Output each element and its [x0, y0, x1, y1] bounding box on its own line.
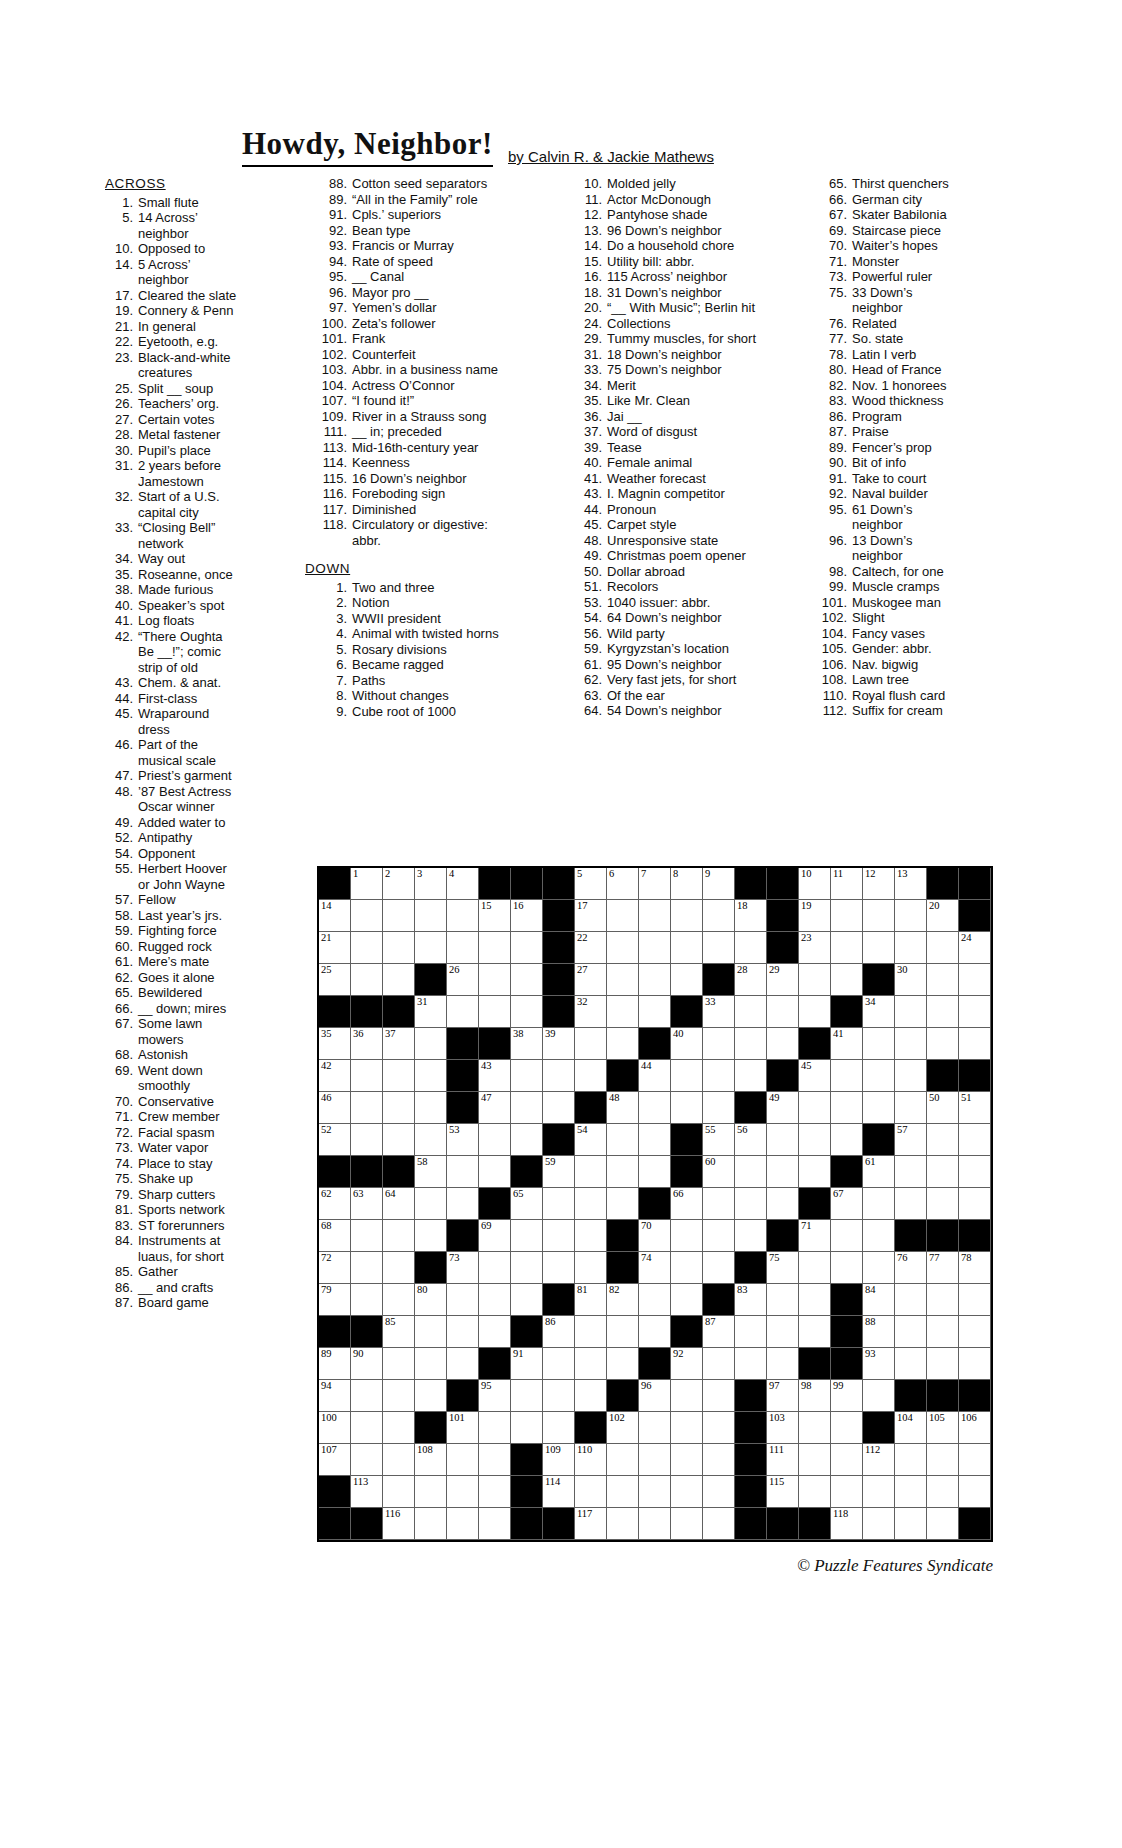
grid-cell[interactable] [799, 1476, 831, 1508]
grid-cell[interactable]: 26 [447, 964, 479, 996]
grid-cell[interactable] [767, 1348, 799, 1380]
grid-cell[interactable]: 39 [543, 1028, 575, 1060]
grid-cell[interactable]: 15 [479, 900, 511, 932]
grid-cell[interactable] [351, 1220, 383, 1252]
grid-cell[interactable]: 52 [319, 1124, 351, 1156]
grid-cell[interactable]: 96 [639, 1380, 671, 1412]
grid-cell[interactable] [927, 1476, 959, 1508]
grid-cell[interactable]: 75 [767, 1252, 799, 1284]
grid-cell[interactable]: 30 [895, 964, 927, 996]
grid-cell[interactable]: 74 [639, 1252, 671, 1284]
grid-cell[interactable]: 37 [383, 1028, 415, 1060]
grid-cell[interactable] [863, 1028, 895, 1060]
grid-cell[interactable] [895, 900, 927, 932]
grid-cell[interactable]: 6 [607, 868, 639, 900]
grid-cell[interactable] [639, 1316, 671, 1348]
grid-cell[interactable] [415, 1060, 447, 1092]
grid-cell[interactable] [607, 1508, 639, 1540]
grid-cell[interactable] [447, 1476, 479, 1508]
grid-cell[interactable] [447, 1508, 479, 1540]
grid-cell[interactable] [767, 1284, 799, 1316]
grid-cell[interactable] [927, 996, 959, 1028]
grid-cell[interactable] [959, 996, 991, 1028]
grid-cell[interactable]: 109 [543, 1444, 575, 1476]
grid-cell[interactable] [511, 932, 543, 964]
grid-cell[interactable] [447, 900, 479, 932]
grid-cell[interactable] [799, 1316, 831, 1348]
grid-cell[interactable] [639, 932, 671, 964]
grid-cell[interactable] [895, 1444, 927, 1476]
grid-cell[interactable]: 12 [863, 868, 895, 900]
grid-cell[interactable]: 78 [959, 1252, 991, 1284]
grid-cell[interactable] [575, 1316, 607, 1348]
grid-cell[interactable] [671, 964, 703, 996]
grid-cell[interactable]: 13 [895, 868, 927, 900]
grid-cell[interactable]: 8 [671, 868, 703, 900]
grid-cell[interactable]: 20 [927, 900, 959, 932]
grid-cell[interactable] [479, 1444, 511, 1476]
grid-cell[interactable]: 33 [703, 996, 735, 1028]
grid-cell[interactable] [895, 1508, 927, 1540]
grid-cell[interactable]: 41 [831, 1028, 863, 1060]
grid-cell[interactable]: 103 [767, 1412, 799, 1444]
grid-cell[interactable]: 36 [351, 1028, 383, 1060]
grid-cell[interactable]: 64 [383, 1188, 415, 1220]
grid-cell[interactable]: 108 [415, 1444, 447, 1476]
grid-cell[interactable]: 65 [511, 1188, 543, 1220]
grid-cell[interactable]: 47 [479, 1092, 511, 1124]
grid-cell[interactable] [415, 1316, 447, 1348]
grid-cell[interactable] [479, 1284, 511, 1316]
grid-cell[interactable]: 59 [543, 1156, 575, 1188]
grid-cell[interactable] [383, 1124, 415, 1156]
grid-cell[interactable] [479, 1316, 511, 1348]
grid-cell[interactable]: 115 [767, 1476, 799, 1508]
grid-cell[interactable]: 106 [959, 1412, 991, 1444]
grid-cell[interactable] [383, 1380, 415, 1412]
grid-cell[interactable] [639, 1284, 671, 1316]
grid-cell[interactable] [959, 1284, 991, 1316]
grid-cell[interactable] [671, 1220, 703, 1252]
grid-cell[interactable]: 23 [799, 932, 831, 964]
grid-cell[interactable] [639, 1092, 671, 1124]
grid-cell[interactable] [831, 1092, 863, 1124]
grid-cell[interactable]: 60 [703, 1156, 735, 1188]
grid-cell[interactable] [895, 1028, 927, 1060]
grid-cell[interactable]: 117 [575, 1508, 607, 1540]
grid-cell[interactable]: 45 [799, 1060, 831, 1092]
grid-cell[interactable] [895, 1348, 927, 1380]
grid-cell[interactable] [383, 1476, 415, 1508]
grid-cell[interactable] [831, 964, 863, 996]
grid-cell[interactable] [927, 1508, 959, 1540]
grid-cell[interactable] [351, 1124, 383, 1156]
grid-cell[interactable] [607, 1028, 639, 1060]
grid-cell[interactable] [703, 1348, 735, 1380]
grid-cell[interactable] [415, 1220, 447, 1252]
grid-cell[interactable] [607, 996, 639, 1028]
grid-cell[interactable]: 7 [639, 868, 671, 900]
grid-cell[interactable] [799, 964, 831, 996]
grid-cell[interactable] [383, 1252, 415, 1284]
grid-cell[interactable] [447, 996, 479, 1028]
grid-cell[interactable] [927, 1028, 959, 1060]
grid-cell[interactable] [639, 1444, 671, 1476]
grid-cell[interactable] [831, 1476, 863, 1508]
grid-cell[interactable] [767, 1028, 799, 1060]
grid-cell[interactable]: 95 [479, 1380, 511, 1412]
grid-cell[interactable]: 104 [895, 1412, 927, 1444]
grid-cell[interactable] [447, 1316, 479, 1348]
grid-cell[interactable] [671, 900, 703, 932]
grid-cell[interactable] [415, 900, 447, 932]
grid-cell[interactable]: 51 [959, 1092, 991, 1124]
grid-cell[interactable] [575, 1188, 607, 1220]
grid-cell[interactable] [607, 1188, 639, 1220]
grid-cell[interactable] [543, 1220, 575, 1252]
grid-cell[interactable]: 53 [447, 1124, 479, 1156]
grid-cell[interactable] [479, 1476, 511, 1508]
grid-cell[interactable]: 38 [511, 1028, 543, 1060]
grid-cell[interactable] [831, 1252, 863, 1284]
grid-cell[interactable] [479, 996, 511, 1028]
grid-cell[interactable] [383, 1060, 415, 1092]
grid-cell[interactable] [607, 932, 639, 964]
grid-cell[interactable] [703, 1444, 735, 1476]
grid-cell[interactable] [639, 996, 671, 1028]
grid-cell[interactable]: 17 [575, 900, 607, 932]
grid-cell[interactable] [543, 1060, 575, 1092]
grid-cell[interactable] [351, 1092, 383, 1124]
grid-cell[interactable] [895, 1188, 927, 1220]
grid-cell[interactable] [383, 1220, 415, 1252]
grid-cell[interactable] [831, 900, 863, 932]
grid-cell[interactable]: 48 [607, 1092, 639, 1124]
grid-cell[interactable] [895, 1476, 927, 1508]
grid-cell[interactable] [831, 932, 863, 964]
grid-cell[interactable] [511, 1284, 543, 1316]
grid-cell[interactable]: 50 [927, 1092, 959, 1124]
grid-cell[interactable] [895, 1316, 927, 1348]
grid-cell[interactable]: 79 [319, 1284, 351, 1316]
grid-cell[interactable] [895, 1060, 927, 1092]
grid-cell[interactable] [767, 1156, 799, 1188]
grid-cell[interactable]: 18 [735, 900, 767, 932]
grid-cell[interactable]: 14 [319, 900, 351, 932]
grid-cell[interactable] [479, 964, 511, 996]
grid-cell[interactable]: 24 [959, 932, 991, 964]
grid-cell[interactable]: 66 [671, 1188, 703, 1220]
grid-cell[interactable]: 99 [831, 1380, 863, 1412]
grid-cell[interactable]: 81 [575, 1284, 607, 1316]
grid-cell[interactable] [799, 1412, 831, 1444]
grid-cell[interactable]: 3 [415, 868, 447, 900]
grid-cell[interactable]: 22 [575, 932, 607, 964]
grid-cell[interactable]: 89 [319, 1348, 351, 1380]
grid-cell[interactable] [767, 996, 799, 1028]
grid-cell[interactable]: 98 [799, 1380, 831, 1412]
grid-cell[interactable] [511, 1124, 543, 1156]
grid-cell[interactable]: 49 [767, 1092, 799, 1124]
grid-cell[interactable]: 19 [799, 900, 831, 932]
grid-cell[interactable]: 69 [479, 1220, 511, 1252]
grid-cell[interactable] [447, 1156, 479, 1188]
grid-cell[interactable] [639, 1476, 671, 1508]
grid-cell[interactable]: 110 [575, 1444, 607, 1476]
grid-cell[interactable] [927, 1444, 959, 1476]
grid-cell[interactable] [703, 1188, 735, 1220]
grid-cell[interactable] [831, 1444, 863, 1476]
grid-cell[interactable] [703, 1476, 735, 1508]
grid-cell[interactable] [671, 1284, 703, 1316]
grid-cell[interactable] [735, 1028, 767, 1060]
grid-cell[interactable] [767, 1124, 799, 1156]
grid-cell[interactable] [831, 1124, 863, 1156]
grid-cell[interactable] [735, 1316, 767, 1348]
grid-cell[interactable]: 28 [735, 964, 767, 996]
grid-cell[interactable] [383, 900, 415, 932]
grid-cell[interactable] [703, 1412, 735, 1444]
grid-cell[interactable] [607, 1476, 639, 1508]
grid-cell[interactable] [959, 1188, 991, 1220]
grid-cell[interactable] [799, 1156, 831, 1188]
grid-cell[interactable]: 32 [575, 996, 607, 1028]
grid-cell[interactable] [351, 964, 383, 996]
grid-cell[interactable]: 35 [319, 1028, 351, 1060]
grid-cell[interactable] [575, 1220, 607, 1252]
grid-cell[interactable] [351, 1380, 383, 1412]
grid-cell[interactable] [735, 1060, 767, 1092]
grid-cell[interactable]: 113 [351, 1476, 383, 1508]
grid-cell[interactable] [543, 1412, 575, 1444]
grid-cell[interactable] [703, 1380, 735, 1412]
grid-cell[interactable] [383, 1348, 415, 1380]
grid-cell[interactable]: 85 [383, 1316, 415, 1348]
grid-cell[interactable]: 73 [447, 1252, 479, 1284]
grid-cell[interactable] [543, 1252, 575, 1284]
grid-cell[interactable]: 43 [479, 1060, 511, 1092]
grid-cell[interactable]: 92 [671, 1348, 703, 1380]
grid-cell[interactable]: 72 [319, 1252, 351, 1284]
grid-cell[interactable] [511, 1092, 543, 1124]
grid-cell[interactable] [383, 964, 415, 996]
grid-cell[interactable] [639, 1124, 671, 1156]
grid-cell[interactable] [415, 1092, 447, 1124]
grid-cell[interactable] [575, 1156, 607, 1188]
grid-cell[interactable] [639, 1508, 671, 1540]
grid-cell[interactable]: 68 [319, 1220, 351, 1252]
grid-cell[interactable] [671, 932, 703, 964]
grid-cell[interactable] [511, 1220, 543, 1252]
grid-cell[interactable]: 44 [639, 1060, 671, 1092]
grid-cell[interactable] [831, 1412, 863, 1444]
grid-cell[interactable] [799, 1092, 831, 1124]
grid-cell[interactable] [543, 1092, 575, 1124]
grid-cell[interactable] [671, 1252, 703, 1284]
grid-cell[interactable]: 57 [895, 1124, 927, 1156]
grid-cell[interactable]: 97 [767, 1380, 799, 1412]
grid-cell[interactable] [447, 1348, 479, 1380]
grid-cell[interactable] [671, 1476, 703, 1508]
grid-cell[interactable]: 84 [863, 1284, 895, 1316]
grid-cell[interactable] [959, 1316, 991, 1348]
grid-cell[interactable] [543, 1348, 575, 1380]
grid-cell[interactable]: 118 [831, 1508, 863, 1540]
grid-cell[interactable] [799, 1252, 831, 1284]
grid-cell[interactable]: 31 [415, 996, 447, 1028]
grid-cell[interactable] [735, 1188, 767, 1220]
grid-cell[interactable]: 2 [383, 868, 415, 900]
grid-cell[interactable] [383, 1092, 415, 1124]
grid-cell[interactable]: 101 [447, 1412, 479, 1444]
grid-cell[interactable] [671, 1380, 703, 1412]
grid-cell[interactable] [415, 1508, 447, 1540]
grid-cell[interactable]: 40 [671, 1028, 703, 1060]
grid-cell[interactable] [479, 1252, 511, 1284]
grid-cell[interactable]: 55 [703, 1124, 735, 1156]
grid-cell[interactable] [959, 1476, 991, 1508]
grid-cell[interactable] [511, 964, 543, 996]
grid-cell[interactable] [575, 1252, 607, 1284]
grid-cell[interactable] [447, 932, 479, 964]
grid-cell[interactable]: 102 [607, 1412, 639, 1444]
grid-cell[interactable] [735, 1348, 767, 1380]
grid-cell[interactable] [415, 932, 447, 964]
grid-cell[interactable] [895, 932, 927, 964]
grid-cell[interactable] [799, 1284, 831, 1316]
grid-cell[interactable] [863, 1092, 895, 1124]
grid-cell[interactable]: 25 [319, 964, 351, 996]
grid-cell[interactable] [639, 1156, 671, 1188]
grid-cell[interactable] [575, 1476, 607, 1508]
grid-cell[interactable] [671, 1092, 703, 1124]
grid-cell[interactable] [863, 1252, 895, 1284]
grid-cell[interactable] [831, 1060, 863, 1092]
grid-cell[interactable] [351, 900, 383, 932]
grid-cell[interactable]: 88 [863, 1316, 895, 1348]
grid-cell[interactable] [607, 1156, 639, 1188]
grid-cell[interactable] [575, 1060, 607, 1092]
grid-cell[interactable] [735, 1220, 767, 1252]
grid-cell[interactable] [575, 1028, 607, 1060]
grid-cell[interactable] [959, 1124, 991, 1156]
grid-cell[interactable] [415, 1188, 447, 1220]
grid-cell[interactable] [703, 900, 735, 932]
grid-cell[interactable] [607, 1444, 639, 1476]
grid-cell[interactable] [863, 900, 895, 932]
grid-cell[interactable] [767, 1316, 799, 1348]
grid-cell[interactable]: 9 [703, 868, 735, 900]
grid-cell[interactable]: 42 [319, 1060, 351, 1092]
grid-cell[interactable] [415, 1124, 447, 1156]
grid-cell[interactable] [351, 1444, 383, 1476]
grid-cell[interactable]: 116 [383, 1508, 415, 1540]
grid-cell[interactable] [671, 1060, 703, 1092]
grid-cell[interactable] [703, 1220, 735, 1252]
grid-cell[interactable]: 63 [351, 1188, 383, 1220]
grid-cell[interactable]: 10 [799, 868, 831, 900]
grid-cell[interactable] [863, 1476, 895, 1508]
grid-cell[interactable]: 21 [319, 932, 351, 964]
grid-cell[interactable] [607, 1348, 639, 1380]
grid-cell[interactable] [703, 932, 735, 964]
grid-cell[interactable] [351, 1060, 383, 1092]
grid-cell[interactable]: 80 [415, 1284, 447, 1316]
grid-cell[interactable] [607, 1316, 639, 1348]
grid-cell[interactable]: 112 [863, 1444, 895, 1476]
grid-cell[interactable] [671, 1412, 703, 1444]
grid-cell[interactable] [415, 1476, 447, 1508]
grid-cell[interactable]: 76 [895, 1252, 927, 1284]
grid-cell[interactable] [959, 964, 991, 996]
grid-cell[interactable]: 29 [767, 964, 799, 996]
grid-cell[interactable] [479, 932, 511, 964]
grid-cell[interactable] [479, 1156, 511, 1188]
grid-cell[interactable] [927, 1284, 959, 1316]
grid-cell[interactable] [703, 1252, 735, 1284]
grid-cell[interactable] [415, 1380, 447, 1412]
grid-cell[interactable] [351, 1284, 383, 1316]
grid-cell[interactable] [511, 1412, 543, 1444]
grid-cell[interactable] [447, 1444, 479, 1476]
grid-cell[interactable]: 107 [319, 1444, 351, 1476]
grid-cell[interactable] [703, 1092, 735, 1124]
grid-cell[interactable] [831, 1220, 863, 1252]
grid-cell[interactable]: 62 [319, 1188, 351, 1220]
grid-cell[interactable] [895, 1156, 927, 1188]
grid-cell[interactable] [703, 1508, 735, 1540]
grid-cell[interactable] [575, 1380, 607, 1412]
grid-cell[interactable]: 105 [927, 1412, 959, 1444]
grid-cell[interactable] [511, 996, 543, 1028]
grid-cell[interactable] [735, 1156, 767, 1188]
grid-cell[interactable]: 100 [319, 1412, 351, 1444]
grid-cell[interactable] [671, 1508, 703, 1540]
grid-cell[interactable] [927, 1348, 959, 1380]
grid-cell[interactable] [639, 964, 671, 996]
grid-cell[interactable]: 61 [863, 1156, 895, 1188]
grid-cell[interactable]: 87 [703, 1316, 735, 1348]
grid-cell[interactable] [799, 1124, 831, 1156]
grid-cell[interactable] [927, 932, 959, 964]
grid-cell[interactable]: 83 [735, 1284, 767, 1316]
grid-cell[interactable] [863, 1188, 895, 1220]
grid-cell[interactable] [383, 1412, 415, 1444]
grid-cell[interactable] [351, 1252, 383, 1284]
grid-cell[interactable] [511, 1380, 543, 1412]
grid-cell[interactable]: 82 [607, 1284, 639, 1316]
grid-cell[interactable]: 114 [543, 1476, 575, 1508]
grid-cell[interactable]: 1 [351, 868, 383, 900]
grid-cell[interactable] [895, 1284, 927, 1316]
grid-cell[interactable] [607, 900, 639, 932]
grid-cell[interactable]: 58 [415, 1156, 447, 1188]
grid-cell[interactable]: 94 [319, 1380, 351, 1412]
grid-cell[interactable] [927, 1188, 959, 1220]
grid-cell[interactable] [895, 1092, 927, 1124]
grid-cell[interactable] [351, 1412, 383, 1444]
grid-cell[interactable] [927, 1316, 959, 1348]
grid-cell[interactable] [479, 1124, 511, 1156]
grid-cell[interactable]: 67 [831, 1188, 863, 1220]
grid-cell[interactable] [895, 996, 927, 1028]
grid-cell[interactable] [511, 1252, 543, 1284]
grid-cell[interactable]: 54 [575, 1124, 607, 1156]
grid-cell[interactable] [927, 964, 959, 996]
grid-cell[interactable]: 27 [575, 964, 607, 996]
grid-cell[interactable] [863, 932, 895, 964]
grid-cell[interactable] [383, 932, 415, 964]
